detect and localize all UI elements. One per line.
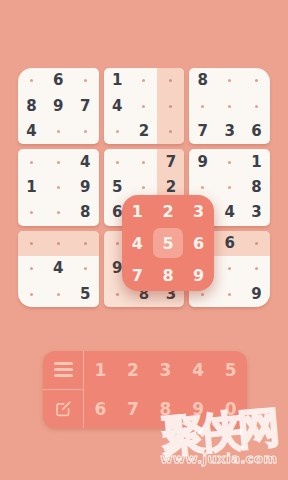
cell-digit: 9	[80, 180, 90, 195]
empty-cell-dot	[57, 161, 60, 164]
cell-r6c1[interactable]	[18, 200, 45, 225]
cell-r2c5[interactable]	[131, 93, 158, 118]
empty-cell-dot	[228, 267, 231, 270]
cell-r3c8[interactable]: 3	[216, 119, 243, 144]
picker-key-5[interactable]: 5	[153, 227, 184, 259]
notes-button[interactable]	[43, 390, 84, 429]
cell-r1c6[interactable]	[157, 68, 184, 93]
keypad-key-4[interactable]: 4	[182, 351, 215, 390]
picker-key-6[interactable]: 6	[183, 227, 214, 259]
cell-digit: 9	[112, 261, 122, 276]
cell-r4c7[interactable]: 9	[189, 149, 216, 174]
picker-key-4[interactable]: 4	[122, 227, 153, 259]
cell-r6c8[interactable]: 4	[216, 200, 243, 225]
cell-digit: 6	[112, 205, 122, 220]
empty-cell-dot	[57, 293, 60, 296]
cell-digit: 2	[139, 124, 149, 139]
cell-r7c1[interactable]	[18, 231, 45, 256]
cell-digit: 7	[198, 124, 208, 139]
app-background: 68974142873641987526918434598369 1234567…	[0, 0, 288, 480]
cell-r9c3[interactable]: 5	[72, 282, 99, 307]
cell-r8c3[interactable]	[72, 256, 99, 281]
empty-cell-dot	[228, 293, 231, 296]
empty-cell-dot	[84, 242, 87, 245]
empty-cell-dot	[116, 130, 119, 133]
cell-digit: 9	[198, 155, 208, 170]
cell-digit: 2	[166, 180, 176, 195]
box-3: 8736	[189, 68, 270, 144]
empty-cell-dot	[57, 211, 60, 214]
cell-digit: 5	[112, 180, 122, 195]
cell-r1c3[interactable]	[72, 68, 99, 93]
empty-cell-dot	[255, 105, 258, 108]
cell-r2c9[interactable]	[243, 93, 270, 118]
cell-r1c9[interactable]	[243, 68, 270, 93]
empty-cell-dot	[255, 242, 258, 245]
edit-pencil-icon	[53, 398, 74, 419]
cell-r1c2[interactable]: 6	[45, 68, 72, 93]
empty-cell-dot	[57, 130, 60, 133]
menu-button[interactable]	[43, 351, 84, 390]
cell-r2c1[interactable]: 8	[18, 93, 45, 118]
cell-r7c2[interactable]	[45, 231, 72, 256]
cell-r2c7[interactable]	[189, 93, 216, 118]
picker-key-7[interactable]: 7	[122, 259, 153, 291]
cell-digit: 4	[224, 205, 234, 220]
cell-digit: 9	[53, 99, 63, 114]
cell-r1c5[interactable]	[131, 68, 158, 93]
empty-cell-dot	[84, 79, 87, 82]
number-picker: 123456789	[122, 195, 214, 291]
cell-digit: 1	[251, 155, 261, 170]
empty-cell-dot	[30, 242, 33, 245]
picker-key-9[interactable]: 9	[183, 259, 214, 291]
empty-cell-dot	[201, 105, 204, 108]
empty-cell-dot	[57, 186, 60, 189]
picker-key-8[interactable]: 8	[153, 259, 184, 291]
cell-digit: 3	[251, 205, 261, 220]
cell-r3c1[interactable]: 4	[18, 119, 45, 144]
cell-r2c4[interactable]: 4	[104, 93, 131, 118]
keypad-key-0[interactable]: 0	[214, 390, 247, 429]
picker-key-2[interactable]: 2	[153, 195, 184, 227]
cell-r2c8[interactable]	[216, 93, 243, 118]
keypad-key-1[interactable]: 1	[84, 351, 117, 390]
box-2: 142	[104, 68, 185, 144]
empty-cell-dot	[201, 186, 204, 189]
empty-cell-dot	[30, 267, 33, 270]
cell-r3c5[interactable]: 2	[131, 119, 158, 144]
cell-r4c3[interactable]: 4	[72, 149, 99, 174]
cell-r4c4[interactable]	[104, 149, 131, 174]
cell-r4c5[interactable]	[131, 149, 158, 174]
empty-cell-dot	[228, 79, 231, 82]
box-1: 68974	[18, 68, 99, 144]
empty-cell-dot	[116, 293, 119, 296]
cell-r1c1[interactable]	[18, 68, 45, 93]
cell-digit: 1	[112, 73, 122, 88]
empty-cell-dot	[30, 79, 33, 82]
empty-cell-dot	[201, 293, 204, 296]
cell-r3c9[interactable]: 6	[243, 119, 270, 144]
empty-cell-dot	[116, 161, 119, 164]
cell-digit: 8	[80, 205, 90, 220]
cell-digit: 4	[112, 99, 122, 114]
cell-r3c2[interactable]	[45, 119, 72, 144]
empty-cell-dot	[116, 242, 119, 245]
cell-r2c2[interactable]: 9	[45, 93, 72, 118]
empty-cell-dot	[255, 267, 258, 270]
empty-cell-dot	[255, 79, 258, 82]
cell-r3c4[interactable]	[104, 119, 131, 144]
empty-cell-dot	[228, 161, 231, 164]
cell-r9c8[interactable]	[216, 282, 243, 307]
picker-key-3[interactable]: 3	[183, 195, 214, 227]
empty-cell-dot	[30, 211, 33, 214]
box-7: 45	[18, 231, 99, 307]
cell-digit: 7	[80, 99, 90, 114]
watermark-url: www.juxia.com	[150, 451, 288, 466]
cell-r3c3[interactable]	[72, 119, 99, 144]
cell-digit: 6	[224, 236, 234, 251]
cell-r1c4[interactable]: 1	[104, 68, 131, 93]
keypad-key-9[interactable]: 9	[182, 390, 215, 429]
cell-r8c1[interactable]	[18, 256, 45, 281]
cell-r8c9[interactable]	[243, 256, 270, 281]
cell-r4c6[interactable]: 7	[157, 149, 184, 174]
cell-r6c2[interactable]	[45, 200, 72, 225]
cell-digit: 9	[251, 287, 261, 302]
cell-digit: 6	[53, 73, 63, 88]
cell-r6c3[interactable]: 8	[72, 200, 99, 225]
cell-r1c8[interactable]	[216, 68, 243, 93]
empty-cell-dot	[169, 130, 172, 133]
cell-r4c9[interactable]: 1	[243, 149, 270, 174]
cell-r2c6[interactable]	[157, 93, 184, 118]
cell-r9c1[interactable]	[18, 282, 45, 307]
empty-cell-dot	[84, 130, 87, 133]
empty-cell-dot	[30, 293, 33, 296]
keypad-key-8[interactable]: 8	[149, 390, 182, 429]
cell-r7c3[interactable]	[72, 231, 99, 256]
hamburger-menu-icon	[54, 362, 73, 377]
keypad: 1234567890	[43, 351, 247, 428]
cell-r1c7[interactable]: 8	[189, 68, 216, 93]
cell-digit: 8	[26, 99, 36, 114]
cell-digit: 1	[26, 180, 36, 195]
empty-cell-dot	[228, 105, 231, 108]
cell-r6c9[interactable]: 3	[243, 200, 270, 225]
empty-cell-dot	[142, 186, 145, 189]
cell-digit: 7	[166, 155, 176, 170]
empty-cell-dot	[30, 161, 33, 164]
keypad-key-6[interactable]: 6	[84, 390, 117, 429]
cell-r5c3[interactable]: 9	[72, 175, 99, 200]
keypad-key-7[interactable]: 7	[117, 390, 150, 429]
cell-r5c9[interactable]: 8	[243, 175, 270, 200]
cell-r7c9[interactable]	[243, 231, 270, 256]
cell-digit: 4	[80, 155, 90, 170]
cell-digit: 8	[198, 73, 208, 88]
cell-r4c1[interactable]	[18, 149, 45, 174]
box-4: 4198	[18, 149, 99, 225]
cell-r8c8[interactable]	[216, 256, 243, 281]
cell-digit: 6	[251, 124, 261, 139]
keypad-key-5[interactable]: 5	[214, 351, 247, 390]
cell-digit: 8	[251, 180, 261, 195]
cell-r2c3[interactable]: 7	[72, 93, 99, 118]
cell-r4c8[interactable]	[216, 149, 243, 174]
empty-cell-dot	[57, 242, 60, 245]
empty-cell-dot	[169, 105, 172, 108]
empty-cell-dot	[142, 105, 145, 108]
empty-cell-dot	[228, 186, 231, 189]
cell-r9c2[interactable]	[45, 282, 72, 307]
cell-digit: 3	[224, 124, 234, 139]
cell-r5c8[interactable]	[216, 175, 243, 200]
cell-digit: 4	[53, 261, 63, 276]
empty-cell-dot	[169, 79, 172, 82]
cell-r5c2[interactable]	[45, 175, 72, 200]
cell-r7c8[interactable]: 6	[216, 231, 243, 256]
keypad-key-3[interactable]: 3	[149, 351, 182, 390]
cell-r5c1[interactable]: 1	[18, 175, 45, 200]
cell-r8c2[interactable]: 4	[45, 256, 72, 281]
cell-r3c7[interactable]: 7	[189, 119, 216, 144]
empty-cell-dot	[142, 79, 145, 82]
cell-r9c9[interactable]: 9	[243, 282, 270, 307]
cell-r4c2[interactable]	[45, 149, 72, 174]
cell-r3c6[interactable]	[157, 119, 184, 144]
cell-digit: 5	[80, 287, 90, 302]
empty-cell-dot	[142, 161, 145, 164]
picker-key-1[interactable]: 1	[122, 195, 153, 227]
empty-cell-dot	[84, 267, 87, 270]
cell-digit: 4	[26, 124, 36, 139]
keypad-key-2[interactable]: 2	[117, 351, 150, 390]
